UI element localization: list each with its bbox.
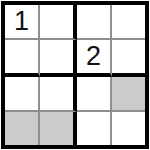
cell-r2c2[interactable]: [77, 77, 112, 112]
cell-r3c2[interactable]: [77, 112, 112, 145]
cell-r0c2[interactable]: [77, 5, 112, 40]
cell-r2c1[interactable]: [40, 77, 77, 112]
puzzle-grid: 12: [1, 1, 149, 149]
cell-r0c1[interactable]: [40, 5, 77, 40]
cell-r1c1[interactable]: [40, 40, 77, 77]
cell-r1c0[interactable]: [5, 40, 40, 77]
cell-r1c2: 2: [77, 40, 112, 77]
cell-r1c3[interactable]: [112, 40, 145, 77]
cell-r2c0[interactable]: [5, 77, 40, 112]
cell-r3c1[interactable]: [40, 112, 77, 145]
cell-r0c0: 1: [5, 5, 40, 40]
cell-r2c3[interactable]: [112, 77, 145, 112]
cell-r3c3[interactable]: [112, 112, 145, 145]
cell-r3c0[interactable]: [5, 112, 40, 145]
cell-r0c3[interactable]: [112, 5, 145, 40]
